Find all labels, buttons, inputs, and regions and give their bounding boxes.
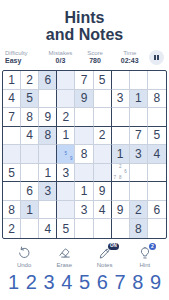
stat-score: Score 780 — [78, 50, 113, 64]
cell-r9c3[interactable]: 4 — [39, 219, 57, 238]
cell-r1c8[interactable] — [130, 71, 148, 90]
cell-r6c9[interactable] — [148, 164, 166, 183]
cell-r3c1[interactable]: 7 — [3, 108, 21, 127]
cell-r9c1[interactable]: 2 — [3, 219, 21, 238]
cell-r3c2[interactable]: 8 — [21, 108, 39, 127]
page-title-line2: and Notes — [0, 26, 169, 43]
cell-r3c8[interactable] — [130, 108, 148, 127]
undo-icon — [17, 246, 31, 263]
cell-r7c2[interactable]: 6 — [21, 182, 39, 201]
cell-r1c4[interactable] — [57, 71, 75, 90]
numpad-7[interactable]: 7 — [114, 272, 125, 292]
cell-r2c6[interactable] — [94, 90, 112, 109]
cell-r6c2[interactable] — [21, 164, 39, 183]
cell-r4c4[interactable]: 1 — [57, 127, 75, 146]
numpad-9[interactable]: 9 — [150, 272, 161, 292]
cell-r9c4[interactable]: 5 — [57, 219, 75, 238]
cell-r5c6[interactable] — [94, 145, 112, 164]
undo-button[interactable]: Undo — [7, 246, 41, 268]
cell-r1c1[interactable]: 1 — [3, 71, 21, 90]
cell-r8c8[interactable]: 2 — [130, 201, 148, 220]
cell-r8c2[interactable]: 1 — [21, 201, 39, 220]
difficulty-label: Difficulty — [5, 50, 43, 56]
pause-button[interactable] — [149, 50, 164, 65]
stat-mistakes: Mistakes 0/3 — [43, 50, 78, 64]
cell-r1c6[interactable]: 5 — [94, 71, 112, 90]
cell-r8c1[interactable]: 8 — [3, 201, 21, 220]
cell-r5c2[interactable] — [21, 145, 39, 164]
cell-r6c5[interactable] — [75, 164, 93, 183]
stats-bar: Difficulty Easy Mistakes 0/3 Score 780 T… — [0, 50, 169, 65]
notes-on-badge: ON — [108, 243, 119, 250]
numpad-8[interactable]: 8 — [132, 272, 143, 292]
cell-r6c4[interactable]: 3 — [57, 164, 75, 183]
page-title: Hints and Notes — [0, 0, 169, 43]
cell-r2c5[interactable]: 9 — [75, 90, 93, 109]
cell-r6c8[interactable] — [130, 164, 148, 183]
numpad: 1 2 3 4 5 6 7 8 9 — [0, 272, 169, 292]
pause-icon — [154, 55, 156, 60]
cell-r5c3[interactable] — [39, 145, 57, 164]
pencil-notes: 2678 — [112, 164, 128, 181]
cell-r6c6[interactable] — [94, 164, 112, 183]
cell-r8c3[interactable] — [39, 201, 57, 220]
cell-r7c3[interactable]: 3 — [39, 182, 57, 201]
cell-r5c1[interactable] — [3, 145, 21, 164]
cell-r2c8[interactable]: 1 — [130, 90, 148, 109]
cell-r3c4[interactable]: 2 — [57, 108, 75, 127]
toolbar: Undo Erase ON Notes 2 Hint — [0, 246, 169, 268]
numpad-5[interactable]: 5 — [79, 272, 90, 292]
cell-r2c9[interactable]: 8 — [148, 90, 166, 109]
cell-r7c7[interactable] — [112, 182, 130, 201]
cell-r1c9[interactable] — [148, 71, 166, 90]
hint-count-badge: 2 — [149, 243, 156, 250]
cell-r2c1[interactable]: 4 — [3, 90, 21, 109]
cell-r9c2[interactable] — [21, 219, 39, 238]
cell-r7c6[interactable]: 9 — [94, 182, 112, 201]
cell-r5c5[interactable]: 8 — [75, 145, 93, 164]
score-value: 780 — [78, 57, 113, 64]
stat-difficulty: Difficulty Easy — [5, 50, 43, 64]
cell-r5c9[interactable]: 4 — [148, 145, 166, 164]
cell-r5c7[interactable]: 1 — [112, 145, 130, 164]
cell-r1c7[interactable] — [112, 71, 130, 90]
cell-r1c3[interactable]: 6 — [39, 71, 57, 90]
mistakes-value: 0/3 — [43, 57, 78, 64]
sudoku-grid: 1267545931878924812755981345132678631981… — [2, 70, 167, 239]
cell-r7c5[interactable]: 1 — [75, 182, 93, 201]
cell-r4c8[interactable]: 7 — [130, 127, 148, 146]
cell-r8c9[interactable]: 6 — [148, 201, 166, 220]
cell-r4c2[interactable]: 4 — [21, 127, 39, 146]
cell-r3c5[interactable] — [75, 108, 93, 127]
mistakes-label: Mistakes — [43, 50, 78, 56]
time-label: Time — [112, 50, 147, 56]
numpad-1[interactable]: 1 — [8, 272, 19, 292]
cell-r2c4[interactable] — [57, 90, 75, 109]
numpad-2[interactable]: 2 — [26, 272, 37, 292]
hint-button[interactable]: 2 Hint — [128, 246, 162, 268]
numpad-4[interactable]: 4 — [61, 272, 72, 292]
cell-r5c8[interactable]: 3 — [130, 145, 148, 164]
pencil-notes: 59 — [58, 146, 74, 163]
cell-r7c4[interactable] — [57, 182, 75, 201]
cell-r4c3[interactable]: 8 — [39, 127, 57, 146]
cell-r3c6[interactable] — [94, 108, 112, 127]
cell-r4c7[interactable] — [112, 127, 130, 146]
cell-r2c7[interactable]: 3 — [112, 90, 130, 109]
cell-r7c1[interactable] — [3, 182, 21, 201]
cell-r9c9[interactable] — [148, 219, 166, 238]
cell-r9c6[interactable] — [94, 219, 112, 238]
cell-r5c4[interactable]: 59 — [57, 145, 75, 164]
cell-r1c5[interactable]: 7 — [75, 71, 93, 90]
cell-r7c8[interactable] — [130, 182, 148, 201]
cell-r8c4[interactable] — [57, 201, 75, 220]
difficulty-value: Easy — [5, 57, 43, 64]
cell-r4c1[interactable] — [3, 127, 21, 146]
cell-r6c7[interactable]: 2678 — [112, 164, 130, 183]
cell-r8c6[interactable]: 4 — [94, 201, 112, 220]
cell-r2c2[interactable]: 5 — [21, 90, 39, 109]
cell-r4c9[interactable]: 5 — [148, 127, 166, 146]
cell-r4c6[interactable]: 2 — [94, 127, 112, 146]
eraser-icon — [57, 246, 71, 263]
numpad-3[interactable]: 3 — [43, 272, 54, 292]
notes-button[interactable]: ON Notes — [88, 246, 122, 268]
stat-time: Time 02:43 — [112, 50, 147, 64]
cell-r3c7[interactable] — [112, 108, 130, 127]
cell-r4c5[interactable] — [75, 127, 93, 146]
score-label: Score — [78, 50, 113, 56]
time-value: 02:43 — [112, 57, 147, 64]
cell-r6c1[interactable]: 5 — [3, 164, 21, 183]
cell-r9c7[interactable] — [112, 219, 130, 238]
cell-r3c3[interactable]: 9 — [39, 108, 57, 127]
cell-r2c3[interactable] — [39, 90, 57, 109]
cell-r8c5[interactable]: 3 — [75, 201, 93, 220]
cell-r6c3[interactable]: 1 — [39, 164, 57, 183]
erase-button[interactable]: Erase — [47, 246, 81, 268]
cell-r7c9[interactable] — [148, 182, 166, 201]
page-title-line1: Hints — [0, 9, 169, 26]
cell-r3c9[interactable] — [148, 108, 166, 127]
cell-r9c8[interactable]: 8 — [130, 219, 148, 238]
cell-r9c5[interactable] — [75, 219, 93, 238]
cell-r1c2[interactable]: 2 — [21, 71, 39, 90]
cell-r8c7[interactable]: 9 — [112, 201, 130, 220]
numpad-6[interactable]: 6 — [97, 272, 108, 292]
